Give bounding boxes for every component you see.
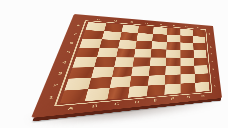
square-e1 bbox=[147, 85, 165, 97]
square-d5 bbox=[134, 49, 151, 58]
square-c4 bbox=[114, 57, 134, 66]
product-photo-background: ABCDEFGH ABCDEFGH 87654321 87654321 bbox=[0, 0, 228, 128]
square-h1 bbox=[195, 82, 209, 92]
square-f5 bbox=[166, 50, 180, 58]
square-c6 bbox=[118, 40, 137, 49]
square-f4 bbox=[166, 58, 181, 66]
square-g5 bbox=[180, 50, 193, 58]
file-label-bottom-h: H bbox=[196, 91, 211, 101]
rank-label-right-5: 5 bbox=[206, 50, 217, 57]
square-g1 bbox=[181, 83, 196, 94]
square-e5 bbox=[151, 49, 167, 57]
square-d4 bbox=[133, 57, 151, 66]
file-label-bottom-f: F bbox=[164, 93, 181, 104]
file-label-bottom-e: E bbox=[146, 95, 164, 106]
square-a5 bbox=[76, 48, 99, 58]
square-d1 bbox=[128, 86, 148, 98]
square-b4 bbox=[94, 57, 116, 67]
square-b6 bbox=[99, 39, 119, 48]
square-c5 bbox=[116, 48, 135, 57]
file-label-bottom-g: G bbox=[181, 92, 196, 102]
square-c1 bbox=[107, 87, 129, 100]
rank-label-right-1: 1 bbox=[209, 81, 221, 91]
square-h5 bbox=[194, 50, 207, 58]
square-g4 bbox=[180, 58, 194, 66]
square-b1 bbox=[85, 88, 110, 101]
square-a6 bbox=[79, 39, 102, 48]
square-f1 bbox=[164, 84, 180, 95]
square-h4 bbox=[194, 58, 207, 66]
square-b5 bbox=[97, 48, 118, 57]
square-e4 bbox=[150, 58, 166, 67]
